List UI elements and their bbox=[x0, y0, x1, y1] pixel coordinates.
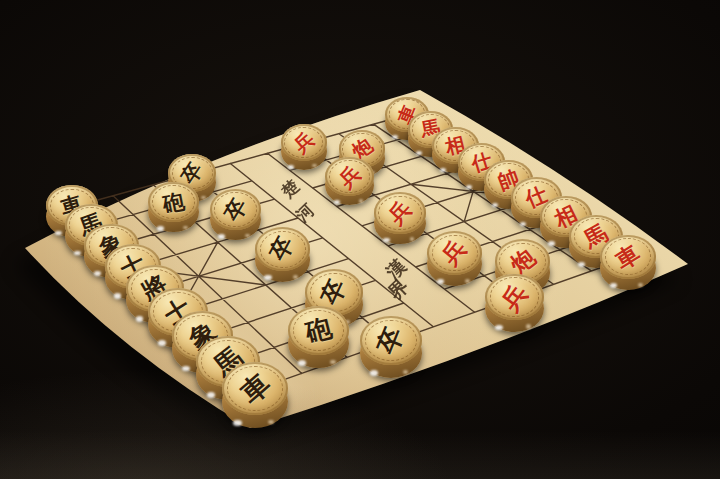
piece-highlight bbox=[293, 275, 298, 279]
piece-red-chariot-right[interactable]: 車 bbox=[600, 235, 655, 290]
piece-highlight bbox=[201, 196, 205, 199]
piece-highlight bbox=[465, 279, 470, 283]
piece-highlight bbox=[74, 251, 81, 256]
piece-black-cannon-left[interactable]: 砲 bbox=[148, 182, 199, 233]
piece-black-cannon-right[interactable]: 砲 bbox=[288, 306, 349, 367]
piece-top-face: 兵 bbox=[374, 192, 426, 233]
piece-top-face: 卒 bbox=[255, 227, 310, 271]
piece-highlight bbox=[437, 279, 444, 284]
piece-top-face: 兵 bbox=[485, 274, 544, 321]
piece-highlight bbox=[359, 199, 363, 202]
piece-highlight bbox=[330, 360, 336, 364]
piece-highlight bbox=[334, 200, 340, 204]
piece-top-face: 卒 bbox=[360, 316, 422, 366]
piece-top-face: 兵 bbox=[281, 124, 327, 161]
piece-highlight bbox=[526, 324, 531, 328]
piece-top-face: 車 bbox=[222, 362, 288, 415]
piece-top-face: 兵 bbox=[427, 231, 482, 275]
piece-highlight bbox=[268, 420, 274, 425]
piece-highlight bbox=[114, 293, 121, 298]
piece-black-chariot-right[interactable]: 車 bbox=[222, 362, 288, 428]
piece-red-soldier-2[interactable]: 兵 bbox=[325, 157, 374, 206]
piece-highlight bbox=[157, 226, 164, 231]
piece-top-face: 兵 bbox=[325, 157, 374, 196]
piece-top-face: 砲 bbox=[148, 182, 199, 223]
piece-highlight bbox=[578, 262, 585, 267]
xiangqi-photo-scene: 楚河漢界 車馬相仕帥仕相馬車炮炮兵兵兵兵兵卒卒卒卒卒砲砲車馬象士將士象馬車 bbox=[0, 0, 720, 479]
piece-red-soldier-1[interactable]: 兵 bbox=[281, 124, 327, 170]
piece-red-soldier-3[interactable]: 兵 bbox=[374, 192, 426, 244]
piece-highlight bbox=[218, 234, 225, 239]
piece-top-face: 卒 bbox=[210, 189, 262, 230]
piece-red-soldier-5[interactable]: 兵 bbox=[485, 274, 544, 333]
piece-black-soldier-3[interactable]: 卒 bbox=[255, 227, 310, 282]
piece-top-face: 砲 bbox=[288, 306, 349, 355]
piece-highlight bbox=[245, 234, 250, 238]
piece-highlight bbox=[55, 231, 62, 236]
piece-black-soldier-5[interactable]: 卒 bbox=[360, 316, 422, 378]
piece-red-soldier-4[interactable]: 兵 bbox=[427, 231, 482, 286]
piece-highlight bbox=[158, 340, 166, 345]
piece-black-soldier-2[interactable]: 卒 bbox=[210, 189, 262, 241]
piece-highlight bbox=[136, 316, 144, 321]
piece-top-face: 車 bbox=[600, 235, 655, 279]
